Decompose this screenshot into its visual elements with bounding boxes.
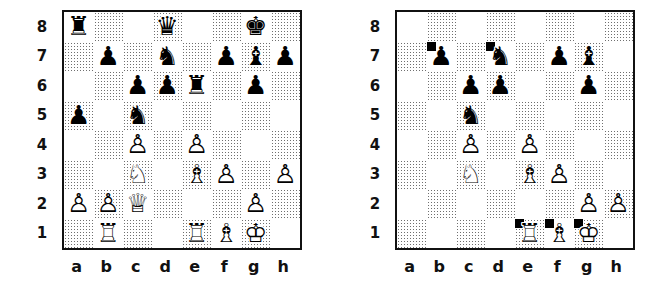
piece-white-pawn: ♟♙ (456, 130, 486, 160)
piece-white-pawn: ♟♙ (574, 189, 604, 219)
square-e7 (182, 42, 212, 72)
rank-label-8: 8 (32, 12, 52, 42)
right-chess-board: ♟♟♞♞♟♟♝♝♟♟♟♟♟♟♞♞♟♙♟♙♞♘♝♗♟♙♟♙♟♙♜♖♝♗♚♔ (395, 10, 635, 250)
square-a5: ♟♟ (64, 101, 94, 131)
square-c4: ♟♙ (123, 130, 153, 160)
piece-glyph: ♖ (515, 219, 545, 249)
square-e3: ♝♗ (182, 160, 212, 190)
square-e8 (182, 12, 212, 42)
square-h8 (604, 12, 634, 42)
rank-label-1: 1 (32, 219, 52, 249)
piece-white-king: ♚♔ (241, 219, 271, 249)
piece-white-pawn: ♟♙ (515, 130, 545, 160)
piece-glyph: ♝ (574, 42, 604, 72)
square-a3 (397, 160, 427, 190)
square-a6 (397, 71, 427, 101)
square-a1 (397, 219, 427, 249)
square-d2 (486, 189, 516, 219)
square-e5 (182, 101, 212, 131)
left-chess-diagram: 87654321 ♜♜♛♛♚♚♟♟♞♞♟♟♝♝♟♟♟♟♟♟♜♜♟♟♟♟♞♞♟♙♟… (32, 10, 298, 280)
square-a7 (64, 42, 94, 72)
square-b3 (427, 160, 457, 190)
square-a2: ♟♙ (64, 189, 94, 219)
square-b2: ♟♙ (94, 189, 124, 219)
square-h3: ♟♙ (271, 160, 301, 190)
piece-black-knight: ♞♞ (456, 101, 486, 131)
square-c2 (456, 189, 486, 219)
piece-black-rook: ♜♜ (64, 12, 94, 42)
square-a5 (397, 101, 427, 131)
square-a4 (397, 130, 427, 160)
piece-glyph: ♙ (456, 130, 486, 160)
piece-black-pawn: ♟♟ (271, 42, 301, 72)
square-h5 (271, 101, 301, 131)
square-c3: ♞♘ (456, 160, 486, 190)
square-d7: ♞♞ (486, 42, 516, 72)
square-b4 (427, 130, 457, 160)
piece-glyph: ♘ (123, 160, 153, 190)
file-label-h: h (602, 257, 632, 280)
square-e6: ♜♜ (182, 71, 212, 101)
rank-label-6: 6 (365, 71, 385, 101)
square-e2 (515, 189, 545, 219)
square-b1 (427, 219, 457, 249)
piece-glyph: ♞ (456, 101, 486, 131)
left-chess-board: ♜♜♛♛♚♚♟♟♞♞♟♟♝♝♟♟♟♟♟♟♜♜♟♟♟♟♞♞♟♙♟♙♞♘♝♗♟♙♟♙… (62, 10, 302, 250)
square-e5 (515, 101, 545, 131)
square-e6 (515, 71, 545, 101)
square-g1: ♚♔ (241, 219, 271, 249)
piece-glyph: ♟ (574, 71, 604, 101)
square-c1 (123, 219, 153, 249)
rank-label-5: 5 (32, 101, 52, 131)
piece-white-pawn: ♟♙ (241, 189, 271, 219)
square-h7 (604, 42, 634, 72)
square-h4 (271, 130, 301, 160)
square-h7: ♟♟ (271, 42, 301, 72)
piece-glyph: ♞ (153, 42, 183, 72)
left-file-labels: abcdefgh (62, 250, 298, 280)
square-b5 (94, 101, 124, 131)
square-g4 (241, 130, 271, 160)
piece-glyph: ♝ (241, 42, 271, 72)
square-d3 (486, 160, 516, 190)
square-c7 (123, 42, 153, 72)
piece-black-pawn: ♟♟ (427, 42, 457, 72)
square-c3: ♞♘ (123, 160, 153, 190)
piece-glyph: ♗ (545, 219, 575, 249)
piece-black-pawn: ♟♟ (574, 71, 604, 101)
file-label-d: d (484, 257, 514, 280)
square-b7: ♟♟ (427, 42, 457, 72)
piece-black-pawn: ♟♟ (153, 71, 183, 101)
piece-glyph: ♟ (271, 42, 301, 72)
square-h6 (271, 71, 301, 101)
square-d8: ♛♛ (153, 12, 183, 42)
piece-glyph: ♙ (604, 189, 634, 219)
square-a7 (397, 42, 427, 72)
piece-glyph: ♟ (94, 42, 124, 72)
piece-black-pawn: ♟♟ (545, 42, 575, 72)
square-c7 (456, 42, 486, 72)
square-f5 (545, 101, 575, 131)
square-d7: ♞♞ (153, 42, 183, 72)
rank-label-3: 3 (365, 160, 385, 190)
rank-label-1: 1 (365, 219, 385, 249)
square-e3: ♝♗ (515, 160, 545, 190)
square-g6: ♟♟ (574, 71, 604, 101)
square-b5 (427, 101, 457, 131)
square-f7: ♟♟ (545, 42, 575, 72)
piece-glyph: ♖ (94, 219, 124, 249)
square-d4 (486, 130, 516, 160)
piece-white-pawn: ♟♙ (123, 130, 153, 160)
file-label-c: c (454, 257, 484, 280)
piece-white-pawn: ♟♙ (545, 160, 575, 190)
piece-glyph: ♔ (574, 219, 604, 249)
square-b7: ♟♟ (94, 42, 124, 72)
piece-black-bishop: ♝♝ (574, 42, 604, 72)
piece-black-bishop: ♝♝ (241, 42, 271, 72)
file-label-b: b (425, 257, 455, 280)
square-a6 (64, 71, 94, 101)
piece-white-bishop: ♝♗ (182, 160, 212, 190)
square-c6: ♟♟ (456, 71, 486, 101)
square-b1: ♜♖ (94, 219, 124, 249)
piece-white-pawn: ♟♙ (182, 130, 212, 160)
piece-glyph: ♙ (271, 160, 301, 190)
piece-white-bishop: ♝♗ (545, 219, 575, 249)
square-b8 (427, 12, 457, 42)
square-f2 (545, 189, 575, 219)
piece-glyph: ♟ (427, 42, 457, 72)
square-b8 (94, 12, 124, 42)
square-c1 (456, 219, 486, 249)
piece-glyph: ♖ (182, 219, 212, 249)
left-rank-labels: 87654321 (32, 10, 52, 250)
rank-label-3: 3 (32, 160, 52, 190)
piece-black-pawn: ♟♟ (456, 71, 486, 101)
piece-glyph: ♛ (153, 12, 183, 42)
square-h5 (604, 101, 634, 131)
piece-glyph: ♟ (241, 71, 271, 101)
square-a3 (64, 160, 94, 190)
square-g3 (241, 160, 271, 190)
file-label-d: d (151, 257, 181, 280)
piece-black-king: ♚♚ (241, 12, 271, 42)
square-f4 (212, 130, 242, 160)
piece-black-pawn: ♟♟ (94, 42, 124, 72)
piece-black-knight: ♞♞ (123, 101, 153, 131)
square-e4: ♟♙ (182, 130, 212, 160)
piece-white-king: ♚♔ (574, 219, 604, 249)
piece-black-pawn: ♟♟ (241, 71, 271, 101)
file-label-f: f (210, 257, 240, 280)
square-g7: ♝♝ (241, 42, 271, 72)
piece-glyph: ♙ (212, 160, 242, 190)
piece-glyph: ♞ (486, 42, 516, 72)
rank-label-7: 7 (32, 42, 52, 72)
square-d4 (153, 130, 183, 160)
square-h1 (271, 219, 301, 249)
square-b2 (427, 189, 457, 219)
square-f2 (212, 189, 242, 219)
right-file-labels: abcdefgh (395, 250, 631, 280)
piece-glyph: ♟ (456, 71, 486, 101)
piece-glyph: ♙ (545, 160, 575, 190)
piece-black-knight: ♞♞ (153, 42, 183, 72)
piece-white-rook: ♜♖ (515, 219, 545, 249)
piece-glyph: ♗ (212, 219, 242, 249)
square-f5 (212, 101, 242, 131)
piece-glyph: ♟ (123, 71, 153, 101)
square-f3: ♟♙ (212, 160, 242, 190)
rank-label-2: 2 (365, 189, 385, 219)
rank-label-8: 8 (365, 12, 385, 42)
square-g3 (574, 160, 604, 190)
piece-glyph: ♚ (241, 12, 271, 42)
square-f6 (212, 71, 242, 101)
square-d8 (486, 12, 516, 42)
square-e4: ♟♙ (515, 130, 545, 160)
piece-glyph: ♟ (486, 71, 516, 101)
piece-white-bishop: ♝♗ (212, 219, 242, 249)
piece-glyph: ♙ (94, 189, 124, 219)
rank-label-4: 4 (365, 130, 385, 160)
square-g1: ♚♔ (574, 219, 604, 249)
square-c2: ♛♕ (123, 189, 153, 219)
piece-glyph: ♙ (574, 189, 604, 219)
piece-glyph: ♗ (515, 160, 545, 190)
piece-black-pawn: ♟♟ (64, 101, 94, 131)
square-h4 (604, 130, 634, 160)
square-g8: ♚♚ (241, 12, 271, 42)
piece-glyph: ♕ (123, 189, 153, 219)
piece-white-bishop: ♝♗ (515, 160, 545, 190)
right-chess-diagram: 87654321 ♟♟♞♞♟♟♝♝♟♟♟♟♟♟♞♞♟♙♟♙♞♘♝♗♟♙♟♙♟♙♜… (365, 10, 631, 280)
file-label-f: f (543, 257, 573, 280)
piece-glyph: ♟ (153, 71, 183, 101)
square-a1 (64, 219, 94, 249)
square-h2 (271, 189, 301, 219)
square-c8 (123, 12, 153, 42)
piece-white-rook: ♜♖ (182, 219, 212, 249)
file-label-b: b (92, 257, 122, 280)
piece-white-pawn: ♟♙ (271, 160, 301, 190)
square-g7: ♝♝ (574, 42, 604, 72)
file-label-g: g (239, 257, 269, 280)
piece-white-rook: ♜♖ (94, 219, 124, 249)
square-c6: ♟♟ (123, 71, 153, 101)
square-c5: ♞♞ (123, 101, 153, 131)
file-label-a: a (395, 257, 425, 280)
file-label-c: c (121, 257, 151, 280)
file-label-e: e (180, 257, 210, 280)
piece-glyph: ♘ (456, 160, 486, 190)
scanned-chess-diagrams-page: 87654321 ♜♜♛♛♚♚♟♟♞♞♟♟♝♝♟♟♟♟♟♟♜♜♟♟♟♟♞♞♟♙♟… (0, 0, 660, 292)
square-h8 (271, 12, 301, 42)
square-e8 (515, 12, 545, 42)
square-e1: ♜♖ (515, 219, 545, 249)
square-c5: ♞♞ (456, 101, 486, 131)
file-label-a: a (62, 257, 92, 280)
piece-white-knight: ♞♘ (456, 160, 486, 190)
piece-black-queen: ♛♛ (153, 12, 183, 42)
piece-white-pawn: ♟♙ (64, 189, 94, 219)
piece-glyph: ♔ (241, 219, 271, 249)
piece-black-knight: ♞♞ (486, 42, 516, 72)
square-f1: ♝♗ (212, 219, 242, 249)
file-label-g: g (572, 257, 602, 280)
piece-glyph: ♙ (123, 130, 153, 160)
file-label-e: e (513, 257, 543, 280)
square-d5 (486, 101, 516, 131)
piece-glyph: ♗ (182, 160, 212, 190)
square-a4 (64, 130, 94, 160)
piece-glyph: ♟ (212, 42, 242, 72)
square-a8 (397, 12, 427, 42)
piece-glyph: ♞ (123, 101, 153, 131)
rank-label-6: 6 (32, 71, 52, 101)
square-c4: ♟♙ (456, 130, 486, 160)
square-g6: ♟♟ (241, 71, 271, 101)
square-b4 (94, 130, 124, 160)
square-h3 (604, 160, 634, 190)
piece-glyph: ♙ (64, 189, 94, 219)
square-d1 (153, 219, 183, 249)
square-b6 (427, 71, 457, 101)
rank-label-7: 7 (365, 42, 385, 72)
piece-glyph: ♟ (64, 101, 94, 131)
piece-white-pawn: ♟♙ (94, 189, 124, 219)
square-f8 (212, 12, 242, 42)
square-d5 (153, 101, 183, 131)
piece-white-queen: ♛♕ (123, 189, 153, 219)
square-f4 (545, 130, 575, 160)
square-b6 (94, 71, 124, 101)
piece-glyph: ♜ (64, 12, 94, 42)
square-d3 (153, 160, 183, 190)
square-d6: ♟♟ (486, 71, 516, 101)
square-d2 (153, 189, 183, 219)
square-h2: ♟♙ (604, 189, 634, 219)
square-c8 (456, 12, 486, 42)
piece-black-pawn: ♟♟ (123, 71, 153, 101)
square-a8: ♜♜ (64, 12, 94, 42)
square-d6: ♟♟ (153, 71, 183, 101)
piece-glyph: ♜ (182, 71, 212, 101)
square-g5 (574, 101, 604, 131)
right-rank-labels: 87654321 (365, 10, 385, 250)
square-g5 (241, 101, 271, 131)
piece-glyph: ♟ (545, 42, 575, 72)
piece-black-rook: ♜♜ (182, 71, 212, 101)
rank-label-5: 5 (365, 101, 385, 131)
piece-white-pawn: ♟♙ (212, 160, 242, 190)
square-b3 (94, 160, 124, 190)
piece-white-pawn: ♟♙ (604, 189, 634, 219)
square-d1 (486, 219, 516, 249)
square-f8 (545, 12, 575, 42)
rank-label-2: 2 (32, 189, 52, 219)
square-g2: ♟♙ (574, 189, 604, 219)
square-g4 (574, 130, 604, 160)
piece-glyph: ♙ (241, 189, 271, 219)
square-e1: ♜♖ (182, 219, 212, 249)
square-f1: ♝♗ (545, 219, 575, 249)
square-e2 (182, 189, 212, 219)
file-label-h: h (269, 257, 299, 280)
square-f3: ♟♙ (545, 160, 575, 190)
piece-white-knight: ♞♘ (123, 160, 153, 190)
piece-glyph: ♙ (182, 130, 212, 160)
square-f7: ♟♟ (212, 42, 242, 72)
square-e7 (515, 42, 545, 72)
rank-label-4: 4 (32, 130, 52, 160)
square-g2: ♟♙ (241, 189, 271, 219)
piece-glyph: ♙ (515, 130, 545, 160)
piece-black-pawn: ♟♟ (486, 71, 516, 101)
square-h6 (604, 71, 634, 101)
square-g8 (574, 12, 604, 42)
square-a2 (397, 189, 427, 219)
square-f6 (545, 71, 575, 101)
piece-black-pawn: ♟♟ (212, 42, 242, 72)
square-h1 (604, 219, 634, 249)
